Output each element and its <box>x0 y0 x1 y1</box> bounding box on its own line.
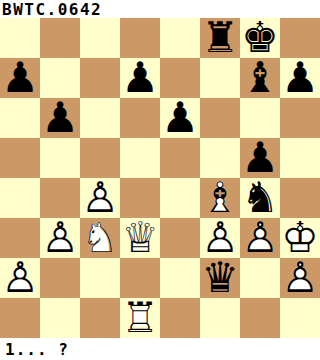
piece-white-pawn: ♟♙ <box>280 258 320 298</box>
square-h8[interactable] <box>280 18 320 58</box>
square-h7[interactable]: ♟ <box>280 58 320 98</box>
square-h6[interactable] <box>280 98 320 138</box>
piece-black-pawn: ♟ <box>280 58 320 98</box>
square-e8[interactable] <box>160 18 200 58</box>
piece-black-pawn: ♟ <box>0 58 40 98</box>
diagram-title: BWTC.0642 <box>0 0 320 18</box>
square-b3[interactable]: ♟♙ <box>40 218 80 258</box>
piece-black-pawn: ♟ <box>120 58 160 98</box>
square-d6[interactable] <box>120 98 160 138</box>
square-a5[interactable] <box>0 138 40 178</box>
chess-board: ♜♚♟♟♝♟♟♟♟♟♙♝♗♞♟♙♞♘♛♕♟♙♟♙♚♔♟♙♛♟♙♜♖ <box>0 18 320 338</box>
square-d3[interactable]: ♛♕ <box>120 218 160 258</box>
piece-black-queen: ♛ <box>200 258 240 298</box>
square-a2[interactable]: ♟♙ <box>0 258 40 298</box>
piece-white-rook: ♜♖ <box>120 298 160 338</box>
square-h4[interactable] <box>280 178 320 218</box>
square-g1[interactable] <box>240 298 280 338</box>
square-c1[interactable] <box>80 298 120 338</box>
square-a8[interactable] <box>0 18 40 58</box>
square-d2[interactable] <box>120 258 160 298</box>
square-f7[interactable] <box>200 58 240 98</box>
square-f3[interactable]: ♟♙ <box>200 218 240 258</box>
square-g4[interactable]: ♞ <box>240 178 280 218</box>
piece-white-pawn: ♟♙ <box>240 218 280 258</box>
square-d1[interactable]: ♜♖ <box>120 298 160 338</box>
square-f8[interactable]: ♜ <box>200 18 240 58</box>
square-b1[interactable] <box>40 298 80 338</box>
square-g8[interactable]: ♚ <box>240 18 280 58</box>
piece-black-bishop: ♝ <box>240 58 280 98</box>
square-b7[interactable] <box>40 58 80 98</box>
square-c8[interactable] <box>80 18 120 58</box>
square-b8[interactable] <box>40 18 80 58</box>
piece-white-bishop: ♝♗ <box>200 178 240 218</box>
square-f2[interactable]: ♛ <box>200 258 240 298</box>
piece-white-pawn: ♟♙ <box>80 178 120 218</box>
square-b4[interactable] <box>40 178 80 218</box>
piece-black-pawn: ♟ <box>160 98 200 138</box>
square-b5[interactable] <box>40 138 80 178</box>
square-f6[interactable] <box>200 98 240 138</box>
square-e3[interactable] <box>160 218 200 258</box>
square-g2[interactable] <box>240 258 280 298</box>
square-h2[interactable]: ♟♙ <box>280 258 320 298</box>
square-g3[interactable]: ♟♙ <box>240 218 280 258</box>
square-h5[interactable] <box>280 138 320 178</box>
square-g7[interactable]: ♝ <box>240 58 280 98</box>
square-e6[interactable]: ♟ <box>160 98 200 138</box>
square-e1[interactable] <box>160 298 200 338</box>
piece-white-queen: ♛♕ <box>120 218 160 258</box>
square-g6[interactable] <box>240 98 280 138</box>
square-g5[interactable]: ♟ <box>240 138 280 178</box>
square-a1[interactable] <box>0 298 40 338</box>
square-e4[interactable] <box>160 178 200 218</box>
square-c5[interactable] <box>80 138 120 178</box>
move-prompt: 1... ? <box>0 338 320 360</box>
piece-white-king: ♚♔ <box>280 218 320 258</box>
piece-white-pawn: ♟♙ <box>40 218 80 258</box>
square-b6[interactable]: ♟ <box>40 98 80 138</box>
chess-diagram-app: BWTC.0642 ♜♚♟♟♝♟♟♟♟♟♙♝♗♞♟♙♞♘♛♕♟♙♟♙♚♔♟♙♛♟… <box>0 0 320 360</box>
piece-black-pawn: ♟ <box>40 98 80 138</box>
piece-white-knight: ♞♘ <box>80 218 120 258</box>
piece-black-rook: ♜ <box>200 18 240 58</box>
square-h3[interactable]: ♚♔ <box>280 218 320 258</box>
square-d5[interactable] <box>120 138 160 178</box>
piece-black-knight: ♞ <box>240 178 280 218</box>
piece-black-king: ♚ <box>240 18 280 58</box>
square-c4[interactable]: ♟♙ <box>80 178 120 218</box>
square-a6[interactable] <box>0 98 40 138</box>
square-d7[interactable]: ♟ <box>120 58 160 98</box>
square-c3[interactable]: ♞♘ <box>80 218 120 258</box>
square-f4[interactable]: ♝♗ <box>200 178 240 218</box>
square-e2[interactable] <box>160 258 200 298</box>
square-e7[interactable] <box>160 58 200 98</box>
square-e5[interactable] <box>160 138 200 178</box>
square-d8[interactable] <box>120 18 160 58</box>
square-c2[interactable] <box>80 258 120 298</box>
square-f1[interactable] <box>200 298 240 338</box>
square-a7[interactable]: ♟ <box>0 58 40 98</box>
square-h1[interactable] <box>280 298 320 338</box>
square-f5[interactable] <box>200 138 240 178</box>
square-a3[interactable] <box>0 218 40 258</box>
piece-white-pawn: ♟♙ <box>0 258 40 298</box>
page: { "game": "chess", "header": { "title": … <box>0 0 320 360</box>
piece-white-pawn: ♟♙ <box>200 218 240 258</box>
square-d4[interactable] <box>120 178 160 218</box>
piece-black-pawn: ♟ <box>240 138 280 178</box>
square-c6[interactable] <box>80 98 120 138</box>
square-c7[interactable] <box>80 58 120 98</box>
square-a4[interactable] <box>0 178 40 218</box>
square-b2[interactable] <box>40 258 80 298</box>
